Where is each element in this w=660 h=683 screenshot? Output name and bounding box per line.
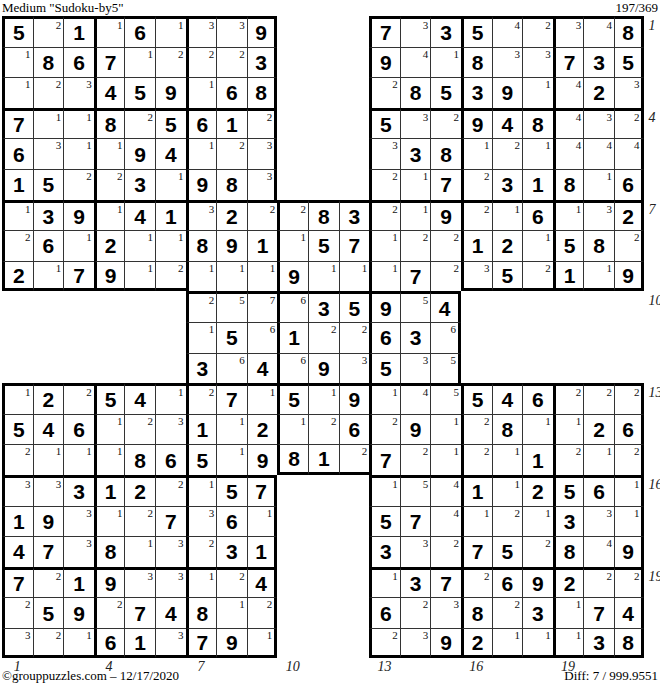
cell-r16c6[interactable]: 2	[155, 475, 186, 506]
cell-r20c9[interactable]: 2	[247, 597, 278, 628]
cell-r10c13[interactable]: 9	[369, 291, 400, 322]
cell-r2c15[interactable]: 1	[430, 47, 461, 78]
cell-r8c15[interactable]: 2	[430, 230, 461, 261]
cell-r10c7[interactable]: 2	[186, 291, 217, 322]
cell-r14c9[interactable]: 2	[247, 414, 278, 445]
cell-r3c15[interactable]: 5	[430, 77, 461, 108]
cell-r6c18[interactable]: 1	[522, 169, 553, 200]
cell-r16c2[interactable]: 3	[33, 475, 64, 506]
cell-r19c6[interactable]: 3	[155, 567, 186, 598]
cell-r1c17[interactable]: 4	[492, 16, 523, 47]
cell-r1c16[interactable]: 5	[461, 16, 492, 47]
cell-r13c16[interactable]: 5	[461, 383, 492, 414]
cell-r9c6[interactable]: 2	[155, 261, 186, 292]
cell-r7c6[interactable]: 1	[155, 200, 186, 231]
cell-r3c16[interactable]: 3	[461, 77, 492, 108]
cell-r13c6[interactable]: 1	[155, 383, 186, 414]
cell-r14c14[interactable]: 9	[400, 414, 431, 445]
cell-r1c1[interactable]: 5	[2, 16, 33, 47]
cell-r2c17[interactable]: 3	[492, 47, 523, 78]
cell-r21c19[interactable]: 1	[553, 628, 584, 659]
cell-r10c10[interactable]: 6	[277, 291, 308, 322]
cell-r4c20[interactable]: 3	[583, 108, 614, 139]
cell-r7c11[interactable]: 8	[308, 200, 339, 231]
cell-r6c2[interactable]: 5	[33, 169, 64, 200]
cell-r14c12[interactable]: 6	[339, 414, 370, 445]
cell-r18c1[interactable]: 4	[2, 536, 33, 567]
cell-r8c3[interactable]: 1	[63, 230, 94, 261]
cell-r4c8[interactable]: 1	[216, 108, 247, 139]
cell-r15c15[interactable]: 1	[430, 444, 461, 475]
cell-r2c3[interactable]: 6	[63, 47, 94, 78]
cell-r14c17[interactable]: 8	[492, 414, 523, 445]
cell-r7c5[interactable]: 4	[124, 200, 155, 231]
cell-r1c8[interactable]: 3	[216, 16, 247, 47]
cell-r3c8[interactable]: 6	[216, 77, 247, 108]
cell-r14c5[interactable]: 2	[124, 414, 155, 445]
cell-r2c14[interactable]: 4	[400, 47, 431, 78]
cell-r5c20[interactable]: 4	[583, 138, 614, 169]
cell-r3c21[interactable]: 3	[614, 77, 645, 108]
cell-r11c7[interactable]: 1	[186, 322, 217, 353]
cell-r21c21[interactable]: 8	[614, 628, 645, 659]
cell-r20c14[interactable]: 2	[400, 597, 431, 628]
cell-r20c20[interactable]: 7	[583, 597, 614, 628]
cell-r3c5[interactable]: 5	[124, 77, 155, 108]
cell-r13c17[interactable]: 4	[492, 383, 523, 414]
cell-r11c9[interactable]: 6	[247, 322, 278, 353]
cell-r6c6[interactable]: 1	[155, 169, 186, 200]
cell-r21c9[interactable]: 1	[247, 628, 278, 659]
cell-r6c15[interactable]: 7	[430, 169, 461, 200]
cell-r9c3[interactable]: 7	[63, 261, 94, 292]
cell-r14c7[interactable]: 1	[186, 414, 217, 445]
cell-r17c4[interactable]: 1	[94, 506, 125, 537]
cell-r19c2[interactable]: 2	[33, 567, 64, 598]
cell-r8c10[interactable]: 1	[277, 230, 308, 261]
cell-r19c20[interactable]: 2	[583, 567, 614, 598]
cell-r21c6[interactable]: 3	[155, 628, 186, 659]
cell-r20c19[interactable]: 1	[553, 597, 584, 628]
cell-r9c16[interactable]: 3	[461, 261, 492, 292]
cell-r6c3[interactable]: 2	[63, 169, 94, 200]
cell-r11c13[interactable]: 6	[369, 322, 400, 353]
cell-r8c1[interactable]: 2	[2, 230, 33, 261]
cell-r19c17[interactable]: 6	[492, 567, 523, 598]
cell-r10c12[interactable]: 5	[339, 291, 370, 322]
cell-r6c16[interactable]: 2	[461, 169, 492, 200]
cell-r9c18[interactable]: 2	[522, 261, 553, 292]
cell-r18c17[interactable]: 5	[492, 536, 523, 567]
cell-r9c19[interactable]: 1	[553, 261, 584, 292]
cell-r16c1[interactable]: 3	[2, 475, 33, 506]
cell-r5c6[interactable]: 4	[155, 138, 186, 169]
cell-r8c5[interactable]: 1	[124, 230, 155, 261]
cell-r4c2[interactable]: 1	[33, 108, 64, 139]
cell-r15c3[interactable]: 1	[63, 444, 94, 475]
cell-r15c12[interactable]: 2	[339, 444, 370, 475]
cell-r18c6[interactable]: 3	[155, 536, 186, 567]
cell-r13c15[interactable]: 5	[430, 383, 461, 414]
cell-r20c7[interactable]: 8	[186, 597, 217, 628]
cell-r14c8[interactable]: 1	[216, 414, 247, 445]
cell-r6c8[interactable]: 8	[216, 169, 247, 200]
cell-r9c8[interactable]: 1	[216, 261, 247, 292]
cell-r15c4[interactable]: 1	[94, 444, 125, 475]
cell-r10c11[interactable]: 3	[308, 291, 339, 322]
cell-r6c9[interactable]: 3	[247, 169, 278, 200]
cell-r14c18[interactable]: 1	[522, 414, 553, 445]
cell-r8c9[interactable]: 1	[247, 230, 278, 261]
cell-r9c4[interactable]: 9	[94, 261, 125, 292]
cell-r5c13[interactable]: 3	[369, 138, 400, 169]
cell-r4c4[interactable]: 8	[94, 108, 125, 139]
cell-r13c18[interactable]: 6	[522, 383, 553, 414]
cell-r21c5[interactable]: 1	[124, 628, 155, 659]
cell-r2c20[interactable]: 3	[583, 47, 614, 78]
cell-r9c7[interactable]: 1	[186, 261, 217, 292]
cell-r9c15[interactable]: 2	[430, 261, 461, 292]
cell-r2c19[interactable]: 7	[553, 47, 584, 78]
cell-r17c21[interactable]: 1	[614, 506, 645, 537]
cell-r16c8[interactable]: 5	[216, 475, 247, 506]
cell-r15c11[interactable]: 1	[308, 444, 339, 475]
cell-r9c13[interactable]: 1	[369, 261, 400, 292]
cell-r1c6[interactable]: 1	[155, 16, 186, 47]
cell-r16c13[interactable]: 1	[369, 475, 400, 506]
cell-r1c5[interactable]: 6	[124, 16, 155, 47]
cell-r7c1[interactable]: 1	[2, 200, 33, 231]
cell-r19c1[interactable]: 7	[2, 567, 33, 598]
cell-r2c6[interactable]: 2	[155, 47, 186, 78]
cell-r14c11[interactable]: 2	[308, 414, 339, 445]
cell-r7c17[interactable]: 1	[492, 200, 523, 231]
cell-r10c9[interactable]: 7	[247, 291, 278, 322]
cell-r6c1[interactable]: 1	[2, 169, 33, 200]
cell-r4c6[interactable]: 5	[155, 108, 186, 139]
cell-r21c7[interactable]: 7	[186, 628, 217, 659]
cell-r21c13[interactable]: 2	[369, 628, 400, 659]
cell-r18c18[interactable]: 2	[522, 536, 553, 567]
cell-r19c14[interactable]: 3	[400, 567, 431, 598]
cell-r2c21[interactable]: 5	[614, 47, 645, 78]
cell-r17c19[interactable]: 3	[553, 506, 584, 537]
cell-r1c19[interactable]: 3	[553, 16, 584, 47]
cell-r17c7[interactable]: 3	[186, 506, 217, 537]
cell-r16c7[interactable]: 1	[186, 475, 217, 506]
cell-r16c3[interactable]: 3	[63, 475, 94, 506]
cell-r3c2[interactable]: 2	[33, 77, 64, 108]
cell-r12c12[interactable]: 3	[339, 353, 370, 384]
cell-r13c12[interactable]: 9	[339, 383, 370, 414]
cell-r18c8[interactable]: 3	[216, 536, 247, 567]
cell-r11c11[interactable]: 2	[308, 322, 339, 353]
cell-r12c11[interactable]: 9	[308, 353, 339, 384]
cell-r15c16[interactable]: 2	[461, 444, 492, 475]
cell-r21c15[interactable]: 9	[430, 628, 461, 659]
cell-r21c3[interactable]: 1	[63, 628, 94, 659]
cell-r4c1[interactable]: 7	[2, 108, 33, 139]
cell-r12c8[interactable]: 6	[216, 353, 247, 384]
cell-r7c20[interactable]: 3	[583, 200, 614, 231]
cell-r18c16[interactable]: 7	[461, 536, 492, 567]
cell-r1c7[interactable]: 3	[186, 16, 217, 47]
cell-r6c19[interactable]: 8	[553, 169, 584, 200]
cell-r8c19[interactable]: 5	[553, 230, 584, 261]
cell-r20c1[interactable]: 2	[2, 597, 33, 628]
cell-r4c16[interactable]: 9	[461, 108, 492, 139]
cell-r20c6[interactable]: 4	[155, 597, 186, 628]
cell-r11c10[interactable]: 1	[277, 322, 308, 353]
cell-r4c14[interactable]: 3	[400, 108, 431, 139]
cell-r16c9[interactable]: 7	[247, 475, 278, 506]
cell-r1c2[interactable]: 2	[33, 16, 64, 47]
cell-r16c4[interactable]: 1	[94, 475, 125, 506]
cell-r20c8[interactable]: 1	[216, 597, 247, 628]
cell-r14c1[interactable]: 5	[2, 414, 33, 445]
cell-r1c13[interactable]: 7	[369, 16, 400, 47]
cell-r7c2[interactable]: 3	[33, 200, 64, 231]
cell-r1c21[interactable]: 8	[614, 16, 645, 47]
cell-r12c10[interactable]: 6	[277, 353, 308, 384]
cell-r6c5[interactable]: 3	[124, 169, 155, 200]
cell-r5c19[interactable]: 4	[553, 138, 584, 169]
cell-r12c9[interactable]: 4	[247, 353, 278, 384]
cell-r15c6[interactable]: 6	[155, 444, 186, 475]
cell-r8c16[interactable]: 1	[461, 230, 492, 261]
cell-r20c21[interactable]: 4	[614, 597, 645, 628]
cell-r12c13[interactable]: 5	[369, 353, 400, 384]
cell-r7c3[interactable]: 9	[63, 200, 94, 231]
cell-r16c15[interactable]: 4	[430, 475, 461, 506]
cell-r14c13[interactable]: 2	[369, 414, 400, 445]
cell-r14c10[interactable]: 1	[277, 414, 308, 445]
cell-r9c5[interactable]: 1	[124, 261, 155, 292]
cell-r15c18[interactable]: 1	[522, 444, 553, 475]
cell-r11c14[interactable]: 3	[400, 322, 431, 353]
cell-r8c11[interactable]: 5	[308, 230, 339, 261]
cell-r14c6[interactable]: 3	[155, 414, 186, 445]
cell-r21c14[interactable]: 3	[400, 628, 431, 659]
cell-r18c3[interactable]: 3	[63, 536, 94, 567]
cell-r7c14[interactable]: 1	[400, 200, 431, 231]
cell-r13c9[interactable]: 1	[247, 383, 278, 414]
cell-r2c13[interactable]: 9	[369, 47, 400, 78]
cell-r2c5[interactable]: 1	[124, 47, 155, 78]
cell-r15c13[interactable]: 7	[369, 444, 400, 475]
cell-r17c18[interactable]: 1	[522, 506, 553, 537]
cell-r5c8[interactable]: 2	[216, 138, 247, 169]
cell-r6c17[interactable]: 3	[492, 169, 523, 200]
cell-r19c15[interactable]: 7	[430, 567, 461, 598]
cell-r16c14[interactable]: 5	[400, 475, 431, 506]
cell-r21c18[interactable]: 1	[522, 628, 553, 659]
cell-r7c10[interactable]: 2	[277, 200, 308, 231]
cell-r9c11[interactable]: 1	[308, 261, 339, 292]
cell-r18c9[interactable]: 1	[247, 536, 278, 567]
cell-r12c7[interactable]: 3	[186, 353, 217, 384]
cell-r5c17[interactable]: 2	[492, 138, 523, 169]
cell-r18c15[interactable]: 2	[430, 536, 461, 567]
cell-r18c21[interactable]: 9	[614, 536, 645, 567]
cell-r18c5[interactable]: 1	[124, 536, 155, 567]
cell-r6c4[interactable]: 2	[94, 169, 125, 200]
cell-r18c20[interactable]: 4	[583, 536, 614, 567]
cell-r8c20[interactable]: 8	[583, 230, 614, 261]
cell-r9c17[interactable]: 5	[492, 261, 523, 292]
cell-r16c5[interactable]: 2	[124, 475, 155, 506]
cell-r17c16[interactable]: 1	[461, 506, 492, 537]
cell-r8c4[interactable]: 2	[94, 230, 125, 261]
cell-r13c11[interactable]: 1	[308, 383, 339, 414]
cell-r4c9[interactable]: 2	[247, 108, 278, 139]
cell-r17c8[interactable]: 6	[216, 506, 247, 537]
cell-r8c13[interactable]: 1	[369, 230, 400, 261]
cell-r16c19[interactable]: 5	[553, 475, 584, 506]
cell-r10c8[interactable]: 5	[216, 291, 247, 322]
cell-r19c18[interactable]: 9	[522, 567, 553, 598]
cell-r21c17[interactable]: 1	[492, 628, 523, 659]
cell-r20c2[interactable]: 5	[33, 597, 64, 628]
cell-r19c5[interactable]: 3	[124, 567, 155, 598]
cell-r5c9[interactable]: 3	[247, 138, 278, 169]
cell-r6c20[interactable]: 1	[583, 169, 614, 200]
cell-r20c15[interactable]: 3	[430, 597, 461, 628]
cell-r7c16[interactable]: 2	[461, 200, 492, 231]
cell-r13c10[interactable]: 5	[277, 383, 308, 414]
cell-r5c3[interactable]: 1	[63, 138, 94, 169]
cell-r1c14[interactable]: 3	[400, 16, 431, 47]
cell-r2c16[interactable]: 8	[461, 47, 492, 78]
cell-r8c2[interactable]: 6	[33, 230, 64, 261]
cell-r8c14[interactable]: 2	[400, 230, 431, 261]
cell-r9c20[interactable]: 1	[583, 261, 614, 292]
cell-r19c8[interactable]: 2	[216, 567, 247, 598]
cell-r18c14[interactable]: 3	[400, 536, 431, 567]
cell-r3c14[interactable]: 8	[400, 77, 431, 108]
cell-r9c14[interactable]: 7	[400, 261, 431, 292]
cell-r3c7[interactable]: 1	[186, 77, 217, 108]
cell-r8c6[interactable]: 1	[155, 230, 186, 261]
cell-r5c2[interactable]: 3	[33, 138, 64, 169]
cell-r17c13[interactable]: 5	[369, 506, 400, 537]
cell-r15c17[interactable]: 1	[492, 444, 523, 475]
cell-r18c2[interactable]: 7	[33, 536, 64, 567]
cell-r12c14[interactable]: 3	[400, 353, 431, 384]
cell-r21c4[interactable]: 6	[94, 628, 125, 659]
cell-r7c15[interactable]: 9	[430, 200, 461, 231]
cell-r2c2[interactable]: 8	[33, 47, 64, 78]
cell-r3c13[interactable]: 2	[369, 77, 400, 108]
cell-r4c19[interactable]: 4	[553, 108, 584, 139]
cell-r20c5[interactable]: 7	[124, 597, 155, 628]
cell-r3c3[interactable]: 3	[63, 77, 94, 108]
cell-r2c8[interactable]: 2	[216, 47, 247, 78]
cell-r13c13[interactable]: 1	[369, 383, 400, 414]
cell-r17c2[interactable]: 9	[33, 506, 64, 537]
cell-r20c16[interactable]: 8	[461, 597, 492, 628]
cell-r6c13[interactable]: 2	[369, 169, 400, 200]
cell-r3c4[interactable]: 4	[94, 77, 125, 108]
cell-r16c18[interactable]: 2	[522, 475, 553, 506]
cell-r9c12[interactable]: 1	[339, 261, 370, 292]
cell-r5c7[interactable]: 1	[186, 138, 217, 169]
cell-r17c17[interactable]: 2	[492, 506, 523, 537]
cell-r15c8[interactable]: 1	[216, 444, 247, 475]
cell-r19c9[interactable]: 4	[247, 567, 278, 598]
cell-r5c5[interactable]: 9	[124, 138, 155, 169]
cell-r19c16[interactable]: 2	[461, 567, 492, 598]
cell-r7c21[interactable]: 2	[614, 200, 645, 231]
cell-r1c18[interactable]: 2	[522, 16, 553, 47]
cell-r6c14[interactable]: 1	[400, 169, 431, 200]
cell-r17c14[interactable]: 7	[400, 506, 431, 537]
cell-r5c14[interactable]: 3	[400, 138, 431, 169]
cell-r7c19[interactable]: 1	[553, 200, 584, 231]
cell-r13c8[interactable]: 7	[216, 383, 247, 414]
cell-r2c4[interactable]: 7	[94, 47, 125, 78]
cell-r7c4[interactable]: 1	[94, 200, 125, 231]
cell-r14c3[interactable]: 6	[63, 414, 94, 445]
cell-r3c18[interactable]: 1	[522, 77, 553, 108]
cell-r15c14[interactable]: 2	[400, 444, 431, 475]
cell-r13c21[interactable]: 2	[614, 383, 645, 414]
cell-r4c13[interactable]: 5	[369, 108, 400, 139]
cell-r1c3[interactable]: 1	[63, 16, 94, 47]
cell-r4c7[interactable]: 6	[186, 108, 217, 139]
cell-r4c17[interactable]: 4	[492, 108, 523, 139]
cell-r13c14[interactable]: 4	[400, 383, 431, 414]
cell-r5c21[interactable]: 4	[614, 138, 645, 169]
cell-r13c5[interactable]: 4	[124, 383, 155, 414]
cell-r2c7[interactable]: 2	[186, 47, 217, 78]
cell-r2c18[interactable]: 3	[522, 47, 553, 78]
cell-r20c18[interactable]: 3	[522, 597, 553, 628]
cell-r14c16[interactable]: 2	[461, 414, 492, 445]
cell-r3c1[interactable]: 1	[2, 77, 33, 108]
cell-r7c13[interactable]: 2	[369, 200, 400, 231]
cell-r18c7[interactable]: 2	[186, 536, 217, 567]
cell-r16c17[interactable]: 1	[492, 475, 523, 506]
cell-r15c19[interactable]: 2	[553, 444, 584, 475]
cell-r4c5[interactable]: 2	[124, 108, 155, 139]
cell-r19c21[interactable]: 2	[614, 567, 645, 598]
cell-r21c2[interactable]: 2	[33, 628, 64, 659]
cell-r5c15[interactable]: 8	[430, 138, 461, 169]
cell-r9c2[interactable]: 1	[33, 261, 64, 292]
cell-r19c13[interactable]: 1	[369, 567, 400, 598]
cell-r21c20[interactable]: 3	[583, 628, 614, 659]
cell-r8c12[interactable]: 7	[339, 230, 370, 261]
cell-r3c6[interactable]: 9	[155, 77, 186, 108]
cell-r17c6[interactable]: 7	[155, 506, 186, 537]
cell-r19c7[interactable]: 1	[186, 567, 217, 598]
cell-r8c21[interactable]: 2	[614, 230, 645, 261]
cell-r17c15[interactable]: 4	[430, 506, 461, 537]
cell-r14c20[interactable]: 2	[583, 414, 614, 445]
cell-r15c21[interactable]: 2	[614, 444, 645, 475]
cell-r14c19[interactable]: 1	[553, 414, 584, 445]
cell-r1c20[interactable]: 4	[583, 16, 614, 47]
cell-r15c20[interactable]: 1	[583, 444, 614, 475]
cell-r20c4[interactable]: 2	[94, 597, 125, 628]
cell-r4c18[interactable]: 8	[522, 108, 553, 139]
cell-r4c21[interactable]: 2	[614, 108, 645, 139]
cell-r15c2[interactable]: 1	[33, 444, 64, 475]
cell-r13c3[interactable]: 2	[63, 383, 94, 414]
cell-r3c20[interactable]: 2	[583, 77, 614, 108]
cell-r7c12[interactable]: 3	[339, 200, 370, 231]
